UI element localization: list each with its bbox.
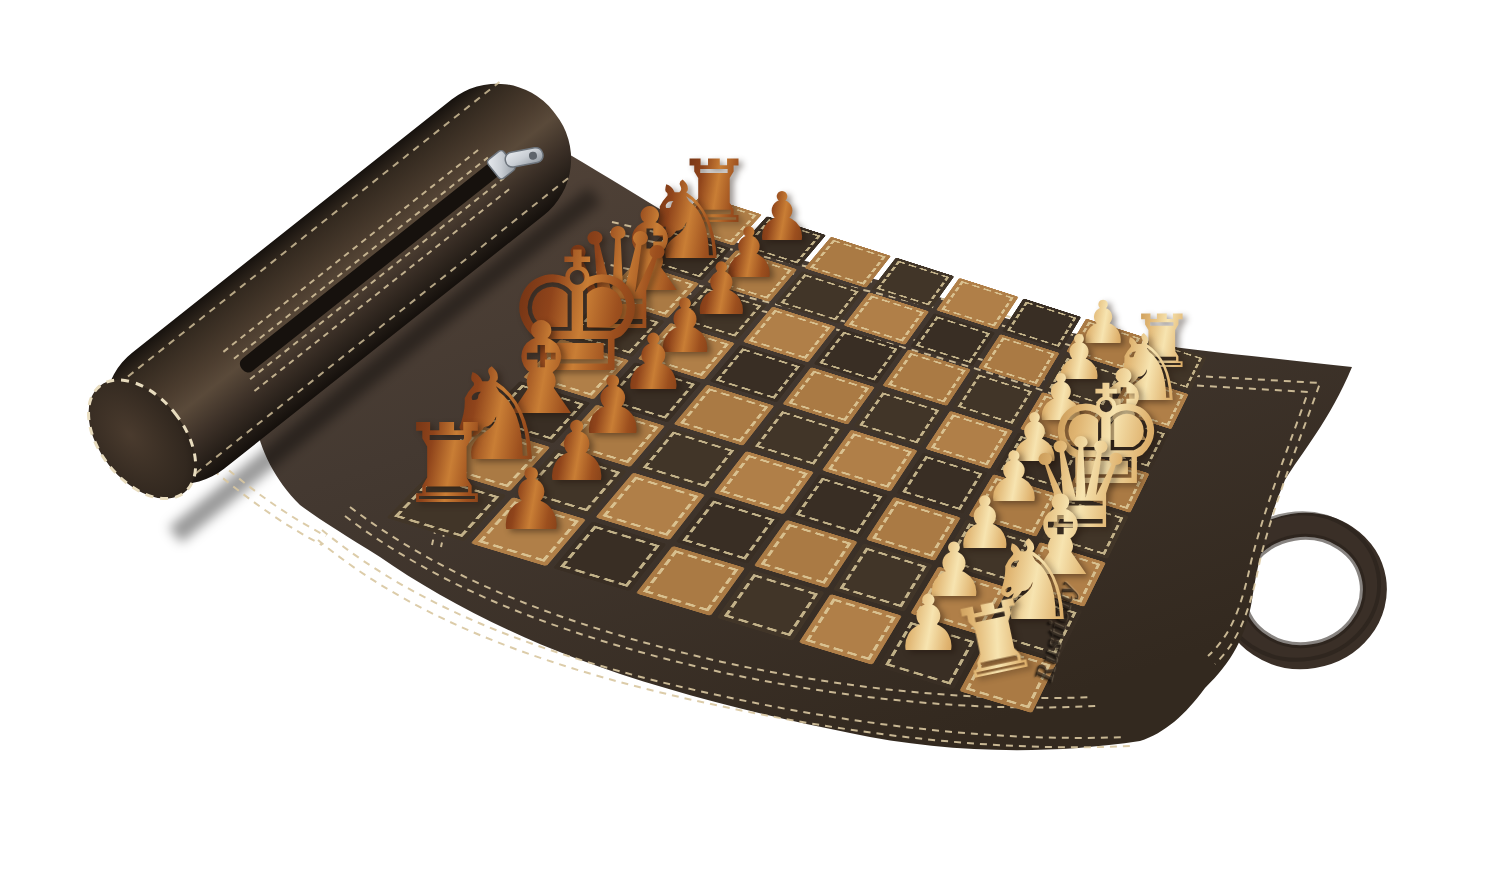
product-photo-stage: ♜♞♝♚♛♝♞♜♟♟♟♟♟♟♟♟♟♟♟♟♟♟♟♟♜♞♝♛♚♝♞♜ Rustici…	[0, 0, 1500, 895]
